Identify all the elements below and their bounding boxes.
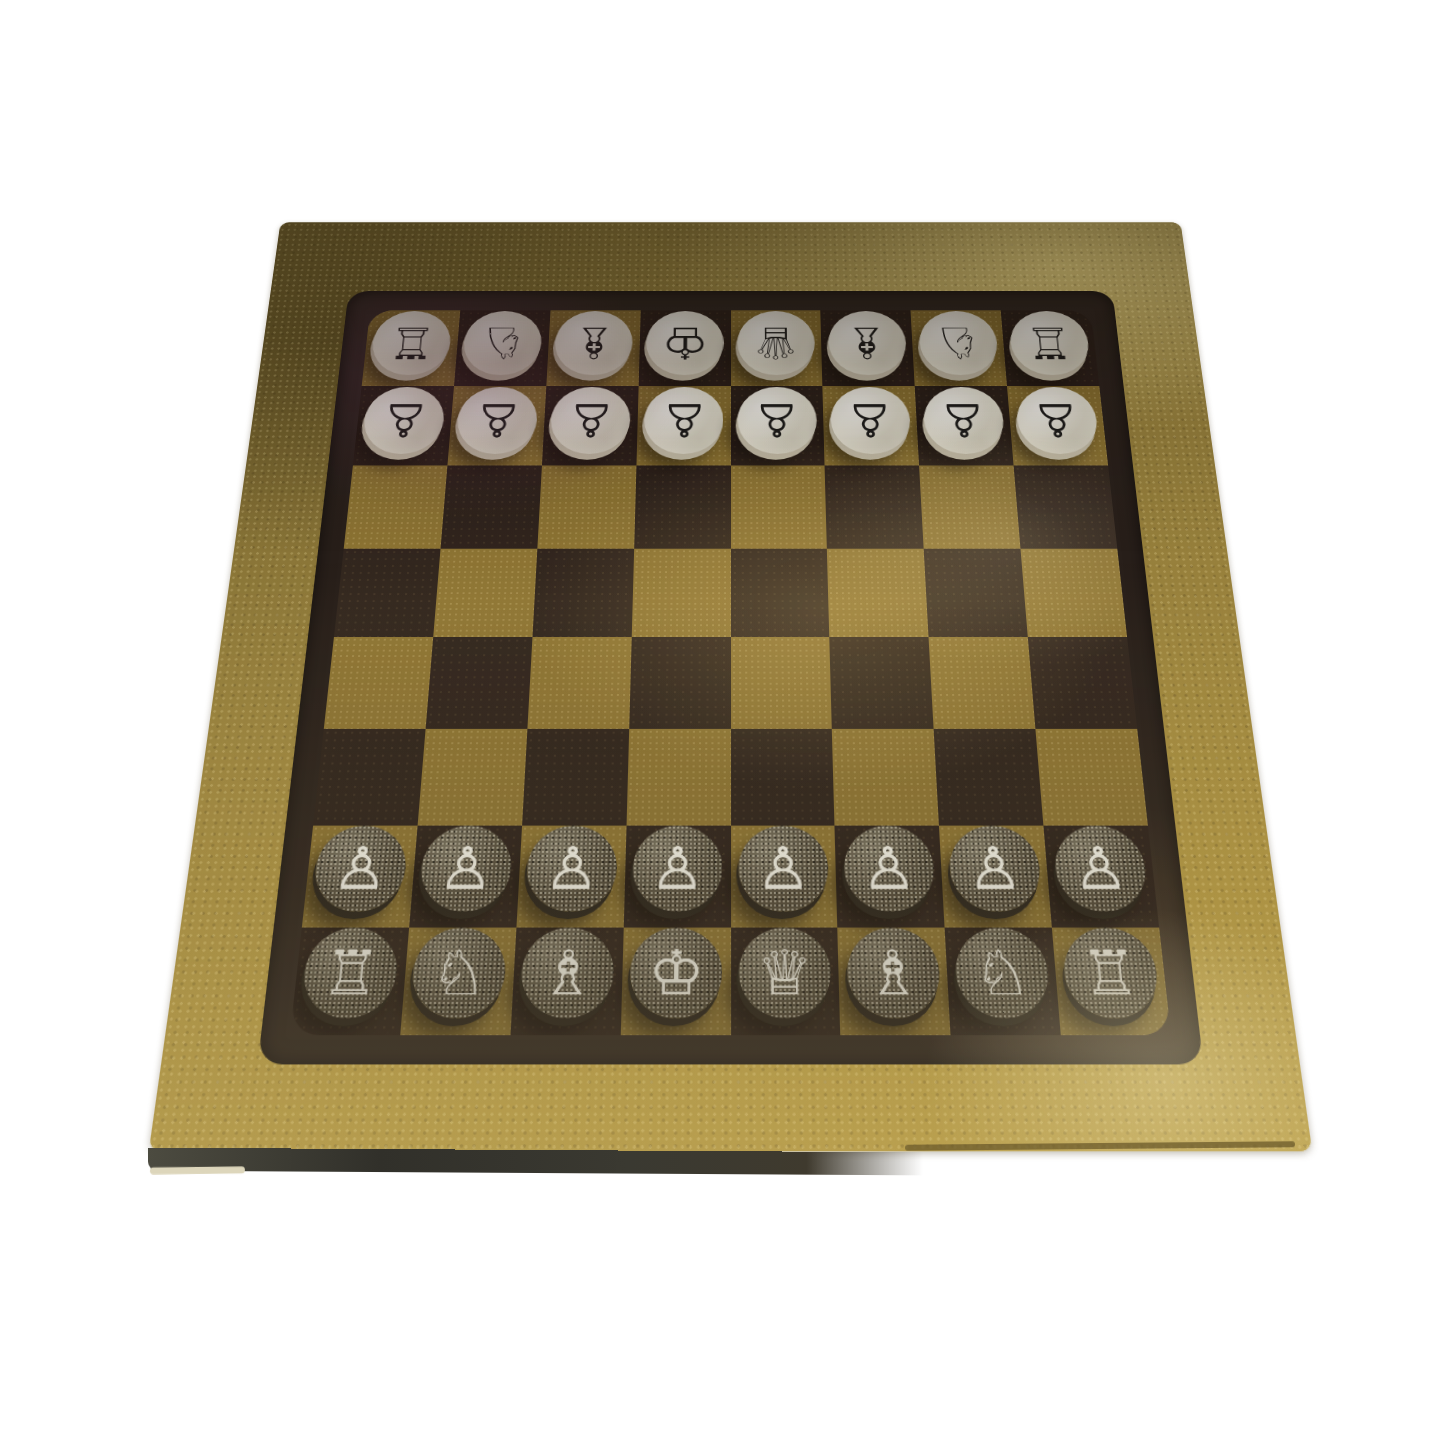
piece-black-knight[interactable]: ♘: [953, 928, 1051, 1019]
piece-white-queen[interactable]: ♕: [737, 311, 815, 375]
square-g7[interactable]: ♙: [409, 825, 522, 927]
square-a3[interactable]: [1014, 466, 1118, 549]
square-b8[interactable]: ♘: [945, 927, 1061, 1035]
piece-white-knight[interactable]: ♘: [918, 311, 1000, 375]
black-pawn-glyph: ♙: [861, 840, 918, 898]
square-f5[interactable]: [527, 637, 631, 729]
square-b1[interactable]: ♘: [911, 310, 1007, 386]
square-e7[interactable]: ♙: [623, 825, 730, 927]
square-c1[interactable]: ♗: [821, 310, 915, 386]
piece-black-pawn[interactable]: ♙: [843, 826, 936, 912]
square-f3[interactable]: [537, 466, 636, 549]
white-bishop-glyph: ♗: [843, 321, 892, 364]
square-h4[interactable]: [334, 549, 440, 637]
square-h8[interactable]: ♖: [290, 927, 409, 1035]
black-rook-glyph: ♖: [1079, 942, 1141, 1004]
square-d8[interactable]: ♕: [731, 927, 841, 1035]
square-f8[interactable]: ♗: [510, 927, 623, 1035]
piece-black-bishop[interactable]: ♗: [519, 928, 615, 1019]
white-pawn-glyph: ♙: [753, 397, 802, 443]
square-g4[interactable]: [433, 549, 537, 637]
piece-black-pawn[interactable]: ♙: [312, 826, 410, 912]
square-e1[interactable]: ♔: [638, 310, 730, 386]
white-pawn-glyph: ♙: [1030, 397, 1083, 443]
black-pawn-glyph: ♙: [331, 840, 391, 898]
square-b5[interactable]: [929, 637, 1036, 729]
white-pawn-glyph: ♙: [845, 397, 895, 443]
piece-white-king[interactable]: ♔: [646, 311, 724, 375]
piece-white-pawn[interactable]: ♙: [1014, 387, 1100, 454]
piece-black-pawn[interactable]: ♙: [738, 826, 829, 912]
square-a4[interactable]: [1021, 549, 1127, 637]
white-rook-glyph: ♖: [386, 321, 437, 364]
square-c6[interactable]: [832, 729, 939, 826]
white-pawn-glyph: ♙: [472, 397, 523, 443]
black-pawn-glyph: ♙: [650, 840, 705, 898]
square-a2[interactable]: ♙: [1007, 386, 1108, 465]
square-c8[interactable]: ♗: [838, 927, 951, 1035]
square-f6[interactable]: [522, 729, 629, 826]
square-g3[interactable]: [440, 466, 541, 549]
piece-black-pawn[interactable]: ♙: [525, 826, 618, 912]
board-frame: ♖♘♗♔♕♗♘♖♙♙♙♙♙♙♙♙♙♙♙♙♙♙♙♙♖♘♗♔♕♗♘♖: [258, 291, 1204, 1064]
piece-white-bishop[interactable]: ♗: [554, 311, 634, 375]
photo-scene: ♖♘♗♔♕♗♘♖♙♙♙♙♙♙♙♙♙♙♙♙♙♙♙♙♖♘♗♔♕♗♘♖: [0, 0, 1445, 1445]
square-h6[interactable]: [313, 729, 425, 826]
piece-black-pawn[interactable]: ♙: [1051, 826, 1149, 912]
black-knight-glyph: ♘: [429, 942, 489, 1004]
piece-white-pawn[interactable]: ♙: [830, 387, 912, 454]
square-e3[interactable]: [634, 466, 731, 549]
white-knight-glyph: ♘: [478, 321, 528, 364]
square-f2[interactable]: ♙: [542, 386, 639, 465]
piece-white-rook[interactable]: ♖: [370, 311, 454, 375]
piece-black-bishop[interactable]: ♗: [846, 928, 942, 1019]
square-c7[interactable]: ♙: [835, 825, 945, 927]
square-c3[interactable]: [825, 466, 924, 549]
square-b4[interactable]: [924, 549, 1028, 637]
square-d5[interactable]: [731, 637, 833, 729]
piece-white-pawn[interactable]: ♙: [549, 387, 631, 454]
piece-white-pawn[interactable]: ♙: [922, 387, 1006, 454]
square-h3[interactable]: [344, 466, 448, 549]
square-a6[interactable]: [1035, 729, 1147, 826]
black-bishop-glyph: ♗: [864, 942, 923, 1004]
piece-white-knight[interactable]: ♘: [462, 311, 544, 375]
white-pawn-glyph: ♙: [566, 397, 616, 443]
chess-field: ♖♘♗♔♕♗♘♖♙♙♙♙♙♙♙♙♙♙♙♙♙♙♙♙♖♘♗♔♕♗♘♖: [290, 310, 1171, 1035]
white-pawn-glyph: ♙: [659, 397, 708, 443]
black-knight-glyph: ♘: [972, 942, 1032, 1004]
square-g8[interactable]: ♘: [400, 927, 516, 1035]
piece-black-king[interactable]: ♔: [629, 928, 722, 1019]
black-bishop-glyph: ♗: [538, 942, 597, 1004]
piece-white-pawn[interactable]: ♙: [644, 387, 724, 454]
piece-white-pawn[interactable]: ♙: [361, 387, 447, 454]
square-d7[interactable]: ♙: [731, 825, 838, 927]
square-d1[interactable]: ♕: [731, 310, 823, 386]
square-e5[interactable]: [629, 637, 731, 729]
piece-white-bishop[interactable]: ♗: [827, 311, 907, 375]
square-d6[interactable]: [731, 729, 835, 826]
square-h7[interactable]: ♙: [302, 825, 418, 927]
square-e2[interactable]: ♙: [636, 386, 730, 465]
white-pawn-glyph: ♙: [378, 397, 431, 443]
square-a7[interactable]: ♙: [1044, 825, 1160, 927]
square-a1[interactable]: ♖: [1001, 310, 1099, 386]
square-g2[interactable]: ♙: [447, 386, 546, 465]
piece-black-pawn[interactable]: ♙: [418, 826, 514, 912]
square-h2[interactable]: ♙: [353, 386, 454, 465]
square-b6[interactable]: [934, 729, 1044, 826]
piece-white-pawn[interactable]: ♙: [737, 387, 817, 454]
white-queen-glyph: ♕: [752, 321, 800, 364]
square-b2[interactable]: ♙: [915, 386, 1014, 465]
square-e6[interactable]: [626, 729, 730, 826]
square-a5[interactable]: [1028, 637, 1137, 729]
piece-black-rook[interactable]: ♖: [300, 928, 401, 1019]
square-c2[interactable]: ♙: [823, 386, 920, 465]
square-e4[interactable]: [631, 549, 730, 637]
square-d3[interactable]: [731, 466, 828, 549]
black-pawn-glyph: ♙: [756, 840, 811, 898]
piece-white-pawn[interactable]: ♙: [455, 387, 539, 454]
chess-board: ♖♘♗♔♕♗♘♖♙♙♙♙♙♙♙♙♙♙♙♙♙♙♙♙♖♘♗♔♕♗♘♖: [149, 222, 1313, 1151]
white-king-glyph: ♔: [661, 321, 709, 364]
piece-black-knight[interactable]: ♘: [410, 928, 508, 1019]
square-a8[interactable]: ♖: [1052, 927, 1171, 1035]
square-b7[interactable]: ♙: [939, 825, 1052, 927]
square-g6[interactable]: [417, 729, 527, 826]
square-c4[interactable]: [827, 549, 929, 637]
black-pawn-glyph: ♙: [965, 840, 1024, 898]
black-pawn-glyph: ♙: [437, 840, 496, 898]
square-f1[interactable]: ♗: [546, 310, 640, 386]
piece-black-pawn[interactable]: ♙: [632, 826, 723, 912]
square-e8[interactable]: ♔: [620, 927, 730, 1035]
black-king-glyph: ♔: [648, 942, 705, 1004]
white-knight-glyph: ♘: [933, 321, 983, 364]
board-bottom-edge: [148, 1148, 923, 1176]
piece-white-rook[interactable]: ♖: [1008, 311, 1092, 375]
black-pawn-glyph: ♙: [1070, 840, 1130, 898]
square-g1[interactable]: ♘: [454, 310, 550, 386]
piece-black-pawn[interactable]: ♙: [947, 826, 1043, 912]
square-h1[interactable]: ♖: [362, 310, 460, 386]
white-pawn-glyph: ♙: [938, 397, 989, 443]
square-c5[interactable]: [830, 637, 934, 729]
black-queen-glyph: ♕: [756, 942, 813, 1004]
square-f7[interactable]: ♙: [516, 825, 626, 927]
square-d4[interactable]: [731, 549, 830, 637]
piece-black-rook[interactable]: ♖: [1060, 928, 1161, 1019]
square-b3[interactable]: [919, 466, 1020, 549]
black-rook-glyph: ♖: [320, 942, 382, 1004]
piece-black-queen[interactable]: ♕: [739, 928, 832, 1019]
square-h5[interactable]: [324, 637, 433, 729]
white-bishop-glyph: ♗: [569, 321, 618, 364]
square-f4[interactable]: [532, 549, 634, 637]
white-rook-glyph: ♖: [1024, 321, 1075, 364]
square-d2[interactable]: ♙: [731, 386, 825, 465]
black-pawn-glyph: ♙: [543, 840, 600, 898]
square-g5[interactable]: [426, 637, 533, 729]
